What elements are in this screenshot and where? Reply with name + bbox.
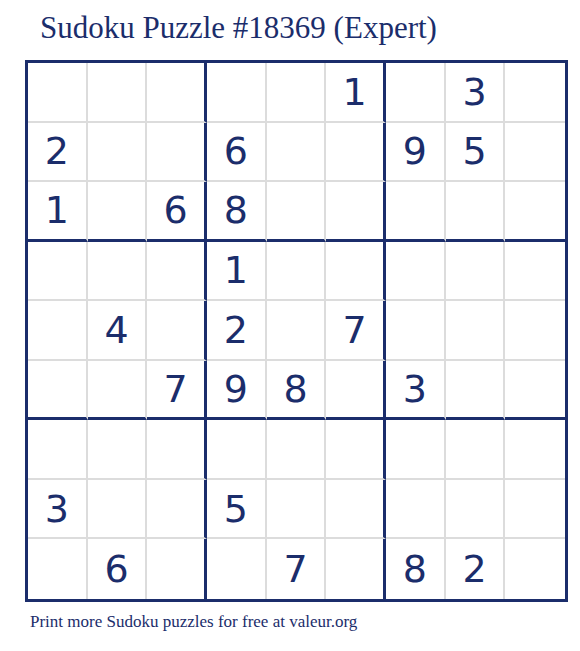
- cell-r9c1: [28, 539, 88, 599]
- cell-r9c8: 2: [446, 539, 506, 599]
- cell-r8c1: 3: [28, 480, 88, 540]
- cell-r3c7: [386, 182, 446, 242]
- cell-r4c4: 1: [207, 242, 267, 302]
- cell-r2c6: [326, 123, 386, 183]
- cell-r8c9: [505, 480, 565, 540]
- cell-r6c9: [505, 361, 565, 421]
- cell-r5c8: [446, 301, 506, 361]
- cell-r4c5: [267, 242, 327, 302]
- cell-r7c3: [147, 420, 207, 480]
- cell-r1c3: [147, 63, 207, 123]
- cell-r6c7: 3: [386, 361, 446, 421]
- cell-r5c5: [267, 301, 327, 361]
- cell-r6c6: [326, 361, 386, 421]
- cell-r9c6: [326, 539, 386, 599]
- cell-r9c7: 8: [386, 539, 446, 599]
- cell-r7c4: [207, 420, 267, 480]
- cell-r5c6: 7: [326, 301, 386, 361]
- cell-r6c1: [28, 361, 88, 421]
- cell-r8c3: [147, 480, 207, 540]
- cell-r1c5: [267, 63, 327, 123]
- cell-r7c7: [386, 420, 446, 480]
- cell-r7c8: [446, 420, 506, 480]
- cell-r2c3: [147, 123, 207, 183]
- cell-r9c3: [147, 539, 207, 599]
- cell-r1c4: [207, 63, 267, 123]
- cell-r1c2: [88, 63, 148, 123]
- cell-r3c3: 6: [147, 182, 207, 242]
- cell-r8c4: 5: [207, 480, 267, 540]
- cell-r5c2: 4: [88, 301, 148, 361]
- cell-r9c4: [207, 539, 267, 599]
- cell-r8c5: [267, 480, 327, 540]
- cell-r7c1: [28, 420, 88, 480]
- cell-r6c8: [446, 361, 506, 421]
- cell-r7c6: [326, 420, 386, 480]
- cell-r8c2: [88, 480, 148, 540]
- cell-r3c2: [88, 182, 148, 242]
- cell-r8c7: [386, 480, 446, 540]
- cell-r4c7: [386, 242, 446, 302]
- cell-r7c5: [267, 420, 327, 480]
- cell-r8c8: [446, 480, 506, 540]
- cell-r2c8: 5: [446, 123, 506, 183]
- cell-r2c5: [267, 123, 327, 183]
- cell-r2c7: 9: [386, 123, 446, 183]
- cell-r5c9: [505, 301, 565, 361]
- cell-r1c6: 1: [326, 63, 386, 123]
- cell-r3c8: [446, 182, 506, 242]
- cell-r1c8: 3: [446, 63, 506, 123]
- cell-r4c6: [326, 242, 386, 302]
- cell-r4c2: [88, 242, 148, 302]
- cell-r2c1: 2: [28, 123, 88, 183]
- cell-r6c5: 8: [267, 361, 327, 421]
- cell-r2c4: 6: [207, 123, 267, 183]
- cell-r5c7: [386, 301, 446, 361]
- cell-r3c6: [326, 182, 386, 242]
- sudoku-board: 13269516814277983356782: [25, 60, 568, 602]
- cell-r4c9: [505, 242, 565, 302]
- cell-r3c5: [267, 182, 327, 242]
- cell-r6c4: 9: [207, 361, 267, 421]
- cell-r6c2: [88, 361, 148, 421]
- footer-text: Print more Sudoku puzzles for free at va…: [30, 612, 357, 632]
- cell-r3c9: [505, 182, 565, 242]
- cell-r7c9: [505, 420, 565, 480]
- cell-r9c9: [505, 539, 565, 599]
- cell-r3c4: 8: [207, 182, 267, 242]
- cell-r2c9: [505, 123, 565, 183]
- cell-r7c2: [88, 420, 148, 480]
- page-title: Sudoku Puzzle #18369 (Expert): [40, 10, 437, 46]
- cell-r3c1: 1: [28, 182, 88, 242]
- cell-r1c1: [28, 63, 88, 123]
- cell-r5c4: 2: [207, 301, 267, 361]
- cell-r2c2: [88, 123, 148, 183]
- cell-r1c9: [505, 63, 565, 123]
- cell-r4c8: [446, 242, 506, 302]
- cell-r9c5: 7: [267, 539, 327, 599]
- cell-r5c3: [147, 301, 207, 361]
- cell-r9c2: 6: [88, 539, 148, 599]
- cell-r6c3: 7: [147, 361, 207, 421]
- cell-r1c7: [386, 63, 446, 123]
- cell-r4c1: [28, 242, 88, 302]
- cell-r8c6: [326, 480, 386, 540]
- cell-r4c3: [147, 242, 207, 302]
- cell-r5c1: [28, 301, 88, 361]
